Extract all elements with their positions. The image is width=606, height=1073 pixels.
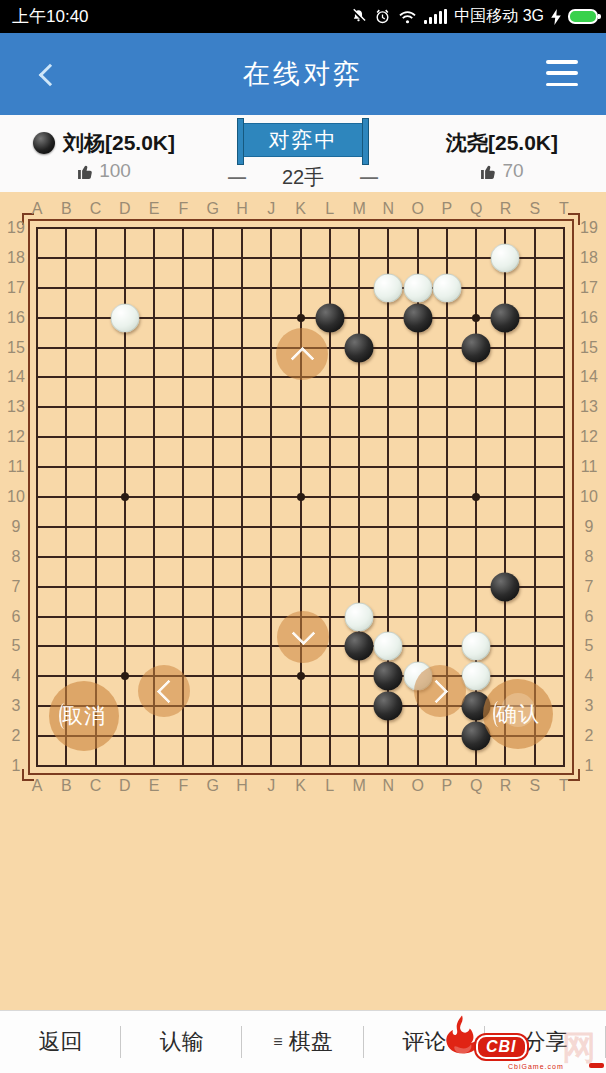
row-label-left: 4	[12, 667, 21, 685]
title-bar: 在线对弈	[0, 33, 606, 115]
board-grid-line	[36, 526, 565, 528]
column-label-top: S	[529, 200, 540, 218]
column-label-top: Q	[470, 200, 482, 218]
row-label-right: 8	[585, 548, 594, 566]
column-label-top: N	[383, 200, 395, 218]
row-label-left: 15	[7, 339, 25, 357]
pending-stone-highlight	[501, 693, 535, 727]
column-label-top: B	[61, 200, 72, 218]
move-counter: — 22手 —	[228, 164, 378, 191]
white-likes-count: 70	[502, 160, 523, 182]
match-status-badge[interactable]: 对弈中	[239, 123, 367, 157]
column-label-bottom: B	[61, 777, 72, 795]
back-chevron-icon	[39, 64, 62, 87]
menu-button[interactable]	[546, 60, 578, 86]
row-label-right: 2	[585, 727, 594, 745]
row-label-left: 7	[12, 578, 21, 596]
row-label-left: 8	[12, 548, 21, 566]
column-label-bottom: C	[90, 777, 102, 795]
column-label-top: G	[206, 200, 218, 218]
row-label-right: 3	[585, 697, 594, 715]
dash-right: —	[360, 167, 378, 188]
star-point	[121, 493, 129, 501]
nav-comment-button[interactable]: 评论	[364, 1011, 485, 1073]
star-point	[297, 314, 305, 322]
thumbs-up-icon	[480, 163, 497, 180]
dash-left: —	[228, 167, 246, 188]
row-label-right: 12	[580, 428, 598, 446]
alarm-clock-icon	[374, 8, 391, 25]
black-player-name: 刘杨[25.0K]	[63, 129, 175, 157]
star-point	[121, 672, 129, 680]
column-label-bottom: Q	[470, 777, 482, 795]
column-label-top: F	[178, 200, 188, 218]
black-stone	[491, 303, 520, 332]
column-label-top: L	[325, 200, 334, 218]
move-up-button[interactable]	[276, 328, 328, 380]
chevron-up-icon	[290, 346, 314, 370]
column-label-bottom: N	[383, 777, 395, 795]
move-left-button[interactable]	[138, 665, 190, 717]
match-status-panel: 对弈中 — 22手 —	[208, 115, 398, 192]
row-label-right: 17	[580, 279, 598, 297]
black-player-likes[interactable]: 100	[77, 160, 131, 182]
black-stone	[345, 333, 374, 362]
status-bar: 上午10:40 中国移动 3G	[0, 0, 606, 33]
confirm-move-button[interactable]: 确认	[483, 679, 553, 749]
nav-share-button[interactable]: 分享	[485, 1011, 606, 1073]
column-label-bottom: D	[119, 777, 131, 795]
star-point	[297, 493, 305, 501]
black-player-panel: 刘杨[25.0K] 100	[0, 115, 208, 192]
row-label-right: 11	[581, 458, 598, 476]
column-label-bottom: S	[529, 777, 540, 795]
column-label-bottom: L	[325, 777, 334, 795]
white-stone	[403, 273, 432, 302]
nav-board-button[interactable]: ≡ 棋盘	[242, 1011, 363, 1073]
row-label-left: 17	[7, 279, 25, 297]
column-label-bottom: P	[442, 777, 453, 795]
black-stone	[345, 632, 374, 661]
row-label-right: 9	[585, 518, 594, 536]
back-button[interactable]	[30, 57, 70, 93]
row-label-right: 19	[580, 219, 598, 237]
white-stone	[462, 662, 491, 691]
row-label-left: 2	[12, 727, 21, 745]
board-grid-line	[563, 227, 565, 767]
row-label-left: 3	[12, 697, 21, 715]
row-label-left: 9	[12, 518, 21, 536]
nav-back-button[interactable]: 返回	[0, 1011, 121, 1073]
black-stone	[374, 662, 403, 691]
board-grid-line	[358, 227, 360, 767]
row-label-right: 18	[580, 249, 598, 267]
bottom-nav: 返回 认输 ≡ 棋盘 评论 分享 CBI CbiGame.com 网	[0, 1010, 606, 1073]
column-label-top: R	[500, 200, 512, 218]
row-label-right: 13	[580, 398, 598, 416]
column-label-bottom: H	[236, 777, 248, 795]
column-label-bottom: M	[352, 777, 365, 795]
column-label-bottom: K	[295, 777, 306, 795]
carrier-label: 中国移动 3G	[454, 6, 544, 27]
star-point	[472, 314, 480, 322]
board-grid-line	[36, 765, 565, 767]
board-grid-line	[36, 556, 565, 558]
column-label-bottom: F	[178, 777, 188, 795]
column-label-top: J	[267, 200, 275, 218]
clock-time: 上午10:40	[12, 5, 89, 28]
column-label-top: K	[295, 200, 306, 218]
wifi-icon	[398, 9, 417, 25]
white-stone	[374, 632, 403, 661]
column-label-bottom: O	[411, 777, 423, 795]
row-label-left: 5	[12, 637, 21, 655]
row-label-right: 15	[580, 339, 598, 357]
column-label-bottom: E	[149, 777, 160, 795]
white-stone	[374, 273, 403, 302]
charging-bolt-icon	[551, 9, 561, 25]
column-label-top: O	[411, 200, 423, 218]
black-likes-count: 100	[99, 160, 131, 182]
board-section: AABBCCDDEEFFGGHHJJKKLLMMNNOOPPQQRRSSTT19…	[0, 192, 606, 1010]
white-stone	[462, 632, 491, 661]
page-title: 在线对弈	[243, 56, 363, 92]
row-label-right: 5	[585, 637, 594, 655]
column-label-bottom: T	[559, 777, 569, 795]
black-stone	[315, 303, 344, 332]
black-stone	[403, 303, 432, 332]
black-stone-icon	[33, 132, 55, 154]
mute-bell-icon	[350, 8, 367, 25]
black-stone	[374, 692, 403, 721]
board-grid-line	[36, 586, 565, 588]
row-label-right: 16	[580, 309, 598, 327]
board-grid-icon: ≡	[273, 1033, 282, 1051]
column-label-bottom: A	[32, 777, 43, 795]
column-label-top: M	[352, 200, 365, 218]
column-label-top: P	[442, 200, 453, 218]
row-label-left: 16	[7, 309, 25, 327]
star-point	[472, 493, 480, 501]
white-player-name: 沈尧[25.0K]	[446, 129, 558, 157]
row-label-right: 1	[585, 757, 594, 775]
row-label-left: 18	[7, 249, 25, 267]
row-label-right: 7	[585, 578, 594, 596]
row-label-left: 1	[12, 757, 21, 775]
column-label-top: H	[236, 200, 248, 218]
white-player-panel: 沈尧[25.0K] 70	[398, 115, 606, 192]
black-stone	[491, 572, 520, 601]
white-stone	[345, 602, 374, 631]
players-row: 刘杨[25.0K] 100 对弈中 — 22手 — 沈尧[25.0K] 70	[0, 115, 606, 192]
white-stone	[491, 243, 520, 272]
row-label-right: 4	[585, 667, 594, 685]
row-label-left: 12	[7, 428, 25, 446]
battery-icon	[568, 9, 598, 24]
row-label-right: 10	[580, 488, 598, 506]
column-label-top: T	[559, 200, 569, 218]
column-label-top: A	[32, 200, 43, 218]
row-label-right: 14	[580, 368, 598, 386]
move-down-button[interactable]	[277, 611, 329, 663]
column-label-top: E	[149, 200, 160, 218]
row-label-left: 13	[7, 398, 25, 416]
chevron-down-icon	[291, 621, 315, 645]
move-count-label: 22手	[282, 164, 324, 191]
white-stone	[110, 303, 139, 332]
row-label-left: 14	[7, 368, 25, 386]
chevron-left-icon	[156, 679, 180, 703]
white-player-likes[interactable]: 70	[480, 160, 523, 182]
app-screen: 上午10:40 中国移动 3G 在线对弈	[0, 0, 606, 1073]
white-stone	[432, 273, 461, 302]
signal-strength-icon	[424, 9, 447, 24]
thumbs-up-icon	[77, 163, 94, 180]
row-label-left: 11	[8, 458, 25, 476]
column-label-bottom: R	[500, 777, 512, 795]
row-label-right: 6	[585, 608, 594, 626]
black-stone	[462, 333, 491, 362]
row-label-left: 6	[12, 608, 21, 626]
row-label-left: 19	[7, 219, 25, 237]
cancel-move-button[interactable]: 取消	[49, 681, 119, 751]
column-label-top: D	[119, 200, 131, 218]
column-label-bottom: J	[267, 777, 275, 795]
star-point	[297, 672, 305, 680]
nav-resign-button[interactable]: 认输	[121, 1011, 242, 1073]
chevron-right-icon	[424, 679, 448, 703]
move-right-button[interactable]	[414, 665, 466, 717]
column-label-top: C	[90, 200, 102, 218]
row-label-left: 10	[7, 488, 25, 506]
column-label-bottom: G	[206, 777, 218, 795]
